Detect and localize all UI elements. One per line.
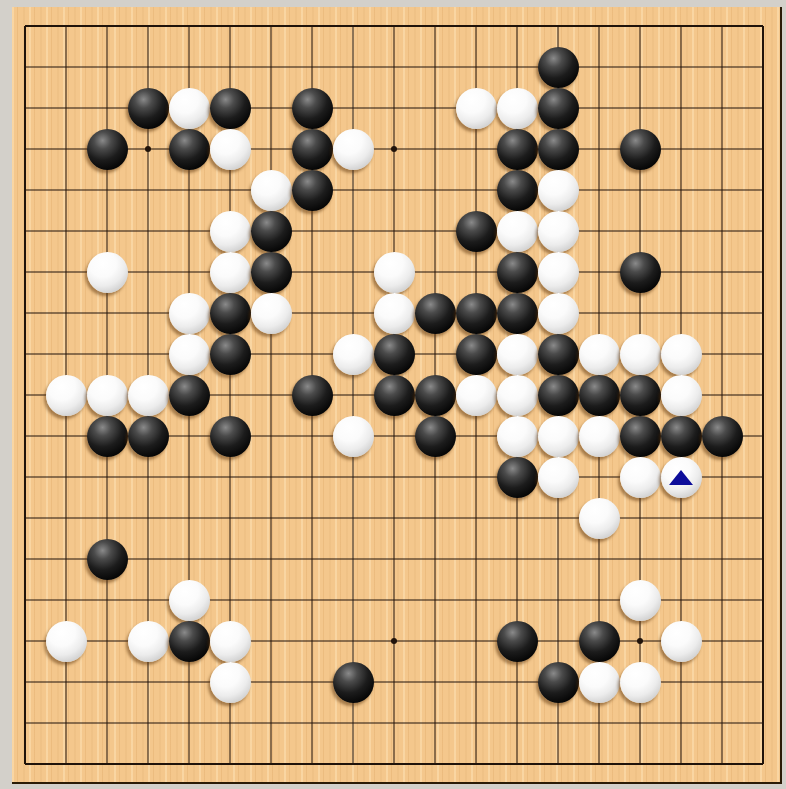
stone-white[interactable]	[210, 129, 251, 170]
stone-black[interactable]	[620, 375, 661, 416]
stone-white[interactable]	[251, 293, 292, 334]
stone-white[interactable]	[538, 293, 579, 334]
stone-white[interactable]	[374, 252, 415, 293]
stone-white[interactable]	[538, 252, 579, 293]
stone-white[interactable]	[579, 416, 620, 457]
stone-white[interactable]	[661, 375, 702, 416]
stone-black[interactable]	[702, 416, 743, 457]
stone-black[interactable]	[415, 293, 456, 334]
stone-black[interactable]	[661, 416, 702, 457]
stone-black[interactable]	[415, 416, 456, 457]
stone-white[interactable]	[456, 88, 497, 129]
stone-black[interactable]	[374, 334, 415, 375]
stone-black[interactable]	[333, 662, 374, 703]
stone-black[interactable]	[620, 252, 661, 293]
stone-black[interactable]	[169, 621, 210, 662]
stone-black[interactable]	[128, 416, 169, 457]
stone-white[interactable]	[210, 252, 251, 293]
stone-black[interactable]	[456, 293, 497, 334]
stone-white[interactable]	[128, 375, 169, 416]
stone-white[interactable]	[620, 662, 661, 703]
stone-white[interactable]	[538, 457, 579, 498]
stone-white[interactable]	[456, 375, 497, 416]
stone-black[interactable]	[210, 88, 251, 129]
stone-black[interactable]	[87, 416, 128, 457]
go-board[interactable]	[12, 7, 782, 784]
stone-white[interactable]	[497, 211, 538, 252]
stone-white[interactable]	[210, 662, 251, 703]
stone-black[interactable]	[456, 334, 497, 375]
stone-black[interactable]	[538, 662, 579, 703]
stone-black[interactable]	[87, 129, 128, 170]
stone-white[interactable]	[579, 662, 620, 703]
stone-black[interactable]	[169, 129, 210, 170]
stone-black[interactable]	[538, 47, 579, 88]
stone-black[interactable]	[210, 416, 251, 457]
stone-black[interactable]	[251, 211, 292, 252]
stone-black[interactable]	[251, 252, 292, 293]
stone-black[interactable]	[169, 375, 210, 416]
stone-white[interactable]	[579, 334, 620, 375]
stone-black[interactable]	[292, 129, 333, 170]
stone-white[interactable]	[210, 621, 251, 662]
stone-white[interactable]	[169, 580, 210, 621]
stone-black[interactable]	[538, 88, 579, 129]
stone-white[interactable]	[87, 252, 128, 293]
stone-black[interactable]	[497, 293, 538, 334]
stone-black[interactable]	[497, 170, 538, 211]
stone-black[interactable]	[620, 416, 661, 457]
stone-black[interactable]	[292, 375, 333, 416]
stone-white[interactable]	[538, 416, 579, 457]
stone-white[interactable]	[333, 129, 374, 170]
stone-white[interactable]	[374, 293, 415, 334]
stone-black[interactable]	[538, 129, 579, 170]
stone-white[interactable]	[620, 334, 661, 375]
stone-white[interactable]	[661, 334, 702, 375]
stone-black[interactable]	[497, 129, 538, 170]
stone-black[interactable]	[415, 375, 456, 416]
stone-white[interactable]	[497, 416, 538, 457]
stone-black[interactable]	[579, 375, 620, 416]
stone-white[interactable]	[333, 334, 374, 375]
stone-black[interactable]	[128, 88, 169, 129]
stone-black[interactable]	[538, 334, 579, 375]
stone-white[interactable]	[620, 457, 661, 498]
stone-white[interactable]	[497, 375, 538, 416]
stone-white[interactable]	[497, 88, 538, 129]
stone-white[interactable]	[661, 457, 702, 498]
stone-white[interactable]	[333, 416, 374, 457]
stone-black[interactable]	[210, 293, 251, 334]
stones-layer	[12, 7, 780, 782]
stone-black[interactable]	[374, 375, 415, 416]
stone-black[interactable]	[497, 252, 538, 293]
last-move-triangle-marker	[669, 470, 693, 485]
stone-black[interactable]	[87, 539, 128, 580]
stone-white[interactable]	[87, 375, 128, 416]
stone-white[interactable]	[169, 334, 210, 375]
stone-white[interactable]	[497, 334, 538, 375]
stone-white[interactable]	[169, 88, 210, 129]
stone-white[interactable]	[538, 170, 579, 211]
stone-black[interactable]	[579, 621, 620, 662]
window-frame	[0, 0, 786, 789]
stone-black[interactable]	[497, 621, 538, 662]
stone-white[interactable]	[210, 211, 251, 252]
stone-white[interactable]	[579, 498, 620, 539]
stone-white[interactable]	[251, 170, 292, 211]
stone-white[interactable]	[661, 621, 702, 662]
stone-white[interactable]	[128, 621, 169, 662]
stone-black[interactable]	[538, 375, 579, 416]
stone-black[interactable]	[497, 457, 538, 498]
stone-white[interactable]	[169, 293, 210, 334]
stone-white[interactable]	[46, 621, 87, 662]
stone-white[interactable]	[46, 375, 87, 416]
stone-black[interactable]	[456, 211, 497, 252]
stone-white[interactable]	[620, 580, 661, 621]
stone-black[interactable]	[292, 170, 333, 211]
stone-black[interactable]	[210, 334, 251, 375]
stone-white[interactable]	[538, 211, 579, 252]
stone-black[interactable]	[620, 129, 661, 170]
stone-black[interactable]	[292, 88, 333, 129]
